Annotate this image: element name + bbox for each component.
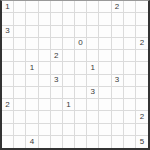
clue-cell-3-11: 2 (136, 38, 148, 50)
cell-0-3[interactable] (39, 1, 51, 13)
cell-6-8[interactable] (99, 75, 111, 87)
cell-2-10[interactable] (124, 26, 136, 38)
cell-1-10[interactable] (124, 13, 136, 25)
cell-10-9[interactable] (112, 124, 124, 136)
cell-3-5[interactable] (63, 38, 75, 50)
cell-11-5[interactable] (63, 136, 75, 148)
cell-5-3[interactable] (39, 62, 51, 74)
puzzle-board: 1230221133321245 (0, 0, 150, 150)
cell-0-11[interactable] (136, 1, 148, 13)
cell-0-10[interactable] (124, 1, 136, 13)
cell-8-9[interactable] (112, 99, 124, 111)
cell-9-4[interactable] (51, 111, 63, 123)
cell-8-11[interactable] (136, 99, 148, 111)
clue-cell-2-0: 3 (2, 26, 14, 38)
cell-8-1[interactable] (14, 99, 26, 111)
cell-0-2[interactable] (26, 1, 38, 13)
cell-5-8[interactable] (99, 62, 111, 74)
cell-7-10[interactable] (124, 87, 136, 99)
cell-4-11[interactable] (136, 50, 148, 62)
cell-9-10[interactable] (124, 111, 136, 123)
cell-2-5[interactable] (63, 26, 75, 38)
cell-8-7[interactable] (87, 99, 99, 111)
cell-7-9[interactable] (112, 87, 124, 99)
clue-cell-0-9: 2 (112, 1, 124, 13)
cell-0-6[interactable] (75, 1, 87, 13)
cell-10-8[interactable] (99, 124, 111, 136)
cell-2-11[interactable] (136, 26, 148, 38)
cell-5-10[interactable] (124, 62, 136, 74)
cell-0-4[interactable] (51, 1, 63, 13)
cell-11-1[interactable] (14, 136, 26, 148)
cell-6-1[interactable] (14, 75, 26, 87)
cell-1-0[interactable] (2, 13, 14, 25)
cell-9-1[interactable] (14, 111, 26, 123)
cell-2-6[interactable] (75, 26, 87, 38)
cell-7-1[interactable] (14, 87, 26, 99)
cell-5-6[interactable] (75, 62, 87, 74)
clue-cell-8-5: 1 (63, 99, 75, 111)
cell-9-6[interactable] (75, 111, 87, 123)
clue-cell-5-7: 1 (87, 62, 99, 74)
clue-cell-7-7: 3 (87, 87, 99, 99)
cell-3-3[interactable] (39, 38, 51, 50)
cell-4-1[interactable] (14, 50, 26, 62)
cell-1-1[interactable] (14, 13, 26, 25)
cell-2-1[interactable] (14, 26, 26, 38)
clue-cell-9-11: 2 (136, 111, 148, 123)
cell-7-4[interactable] (51, 87, 63, 99)
cell-2-2[interactable] (26, 26, 38, 38)
cell-11-0[interactable] (2, 136, 14, 148)
cell-10-7[interactable] (87, 124, 99, 136)
cell-4-5[interactable] (63, 50, 75, 62)
cell-1-4[interactable] (51, 13, 63, 25)
cell-9-2[interactable] (26, 111, 38, 123)
cell-11-6[interactable] (75, 136, 87, 148)
cell-9-3[interactable] (39, 111, 51, 123)
clue-cell-3-6: 0 (75, 38, 87, 50)
cell-11-10[interactable] (124, 136, 136, 148)
cell-10-6[interactable] (75, 124, 87, 136)
cell-11-9[interactable] (112, 136, 124, 148)
cell-1-6[interactable] (75, 13, 87, 25)
cell-3-2[interactable] (26, 38, 38, 50)
cell-2-3[interactable] (39, 26, 51, 38)
cell-6-5[interactable] (63, 75, 75, 87)
cell-10-3[interactable] (39, 124, 51, 136)
cell-9-5[interactable] (63, 111, 75, 123)
cell-6-3[interactable] (39, 75, 51, 87)
cell-3-1[interactable] (14, 38, 26, 50)
cell-0-7[interactable] (87, 1, 99, 13)
clue-cell-0-0: 1 (2, 1, 14, 13)
cell-2-8[interactable] (99, 26, 111, 38)
cell-3-4[interactable] (51, 38, 63, 50)
clue-cell-4-4: 2 (51, 50, 63, 62)
cell-4-7[interactable] (87, 50, 99, 62)
cell-6-0[interactable] (2, 75, 14, 87)
cell-5-5[interactable] (63, 62, 75, 74)
cell-6-11[interactable] (136, 75, 148, 87)
cell-1-2[interactable] (26, 13, 38, 25)
cell-4-8[interactable] (99, 50, 111, 62)
cell-9-8[interactable] (99, 111, 111, 123)
cell-8-10[interactable] (124, 99, 136, 111)
cell-3-0[interactable] (2, 38, 14, 50)
cell-10-4[interactable] (51, 124, 63, 136)
cell-4-10[interactable] (124, 50, 136, 62)
cell-7-0[interactable] (2, 87, 14, 99)
cell-9-9[interactable] (112, 111, 124, 123)
cell-11-3[interactable] (39, 136, 51, 148)
cell-1-11[interactable] (136, 13, 148, 25)
cell-10-1[interactable] (14, 124, 26, 136)
cell-8-8[interactable] (99, 99, 111, 111)
cell-8-6[interactable] (75, 99, 87, 111)
cell-8-2[interactable] (26, 99, 38, 111)
cell-7-3[interactable] (39, 87, 51, 99)
cell-10-10[interactable] (124, 124, 136, 136)
cell-7-6[interactable] (75, 87, 87, 99)
cell-10-2[interactable] (26, 124, 38, 136)
cell-5-9[interactable] (112, 62, 124, 74)
cell-8-4[interactable] (51, 99, 63, 111)
cell-5-4[interactable] (51, 62, 63, 74)
cell-4-2[interactable] (26, 50, 38, 62)
clue-cell-11-11: 5 (136, 136, 148, 148)
cell-0-1[interactable] (14, 1, 26, 13)
cell-7-11[interactable] (136, 87, 148, 99)
cell-2-9[interactable] (112, 26, 124, 38)
cell-11-7[interactable] (87, 136, 99, 148)
cell-6-6[interactable] (75, 75, 87, 87)
cell-3-7[interactable] (87, 38, 99, 50)
clue-cell-5-2: 1 (26, 62, 38, 74)
cell-9-7[interactable] (87, 111, 99, 123)
cell-7-2[interactable] (26, 87, 38, 99)
cell-1-8[interactable] (99, 13, 111, 25)
cell-11-8[interactable] (99, 136, 111, 148)
cell-5-1[interactable] (14, 62, 26, 74)
cell-0-8[interactable] (99, 1, 111, 13)
cell-7-5[interactable] (63, 87, 75, 99)
cell-3-10[interactable] (124, 38, 136, 50)
cell-2-7[interactable] (87, 26, 99, 38)
cell-5-0[interactable] (2, 62, 14, 74)
cell-1-5[interactable] (63, 13, 75, 25)
cell-7-8[interactable] (99, 87, 111, 99)
cell-6-2[interactable] (26, 75, 38, 87)
cell-1-9[interactable] (112, 13, 124, 25)
cell-11-4[interactable] (51, 136, 63, 148)
clue-cell-6-9: 3 (112, 75, 124, 87)
cell-8-3[interactable] (39, 99, 51, 111)
cell-0-5[interactable] (63, 1, 75, 13)
cell-4-0[interactable] (2, 50, 14, 62)
cell-4-6[interactable] (75, 50, 87, 62)
clue-cell-6-4: 3 (51, 75, 63, 87)
clue-cell-8-0: 2 (2, 99, 14, 111)
cell-9-0[interactable] (2, 111, 14, 123)
cell-4-9[interactable] (112, 50, 124, 62)
cell-5-11[interactable] (136, 62, 148, 74)
cell-2-4[interactable] (51, 26, 63, 38)
cell-10-5[interactable] (63, 124, 75, 136)
cell-3-8[interactable] (99, 38, 111, 50)
cell-4-3[interactable] (39, 50, 51, 62)
cell-1-7[interactable] (87, 13, 99, 25)
cell-3-9[interactable] (112, 38, 124, 50)
cell-6-10[interactable] (124, 75, 136, 87)
cell-6-7[interactable] (87, 75, 99, 87)
cell-1-3[interactable] (39, 13, 51, 25)
cell-10-0[interactable] (2, 124, 14, 136)
clue-cell-11-2: 4 (26, 136, 38, 148)
cell-10-11[interactable] (136, 124, 148, 136)
